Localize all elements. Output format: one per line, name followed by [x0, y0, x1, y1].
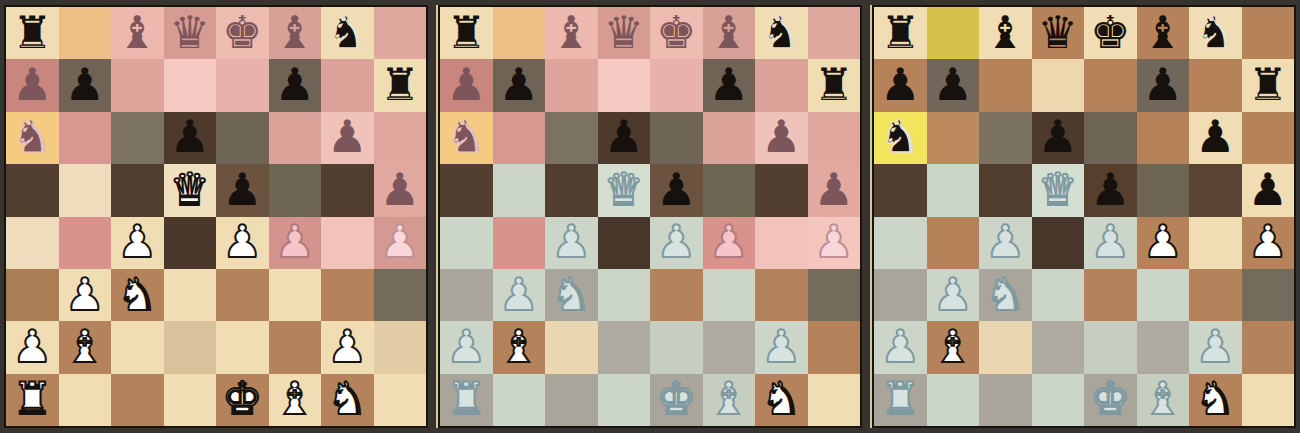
square-g8[interactable]: ♞: [755, 7, 808, 59]
square-b6[interactable]: [927, 112, 980, 164]
piece-white-pawn: ♟: [709, 219, 749, 264]
piece-black-rook: ♜: [1248, 62, 1288, 107]
square-f4[interactable]: ♟: [703, 217, 756, 269]
piece-white-pawn: ♟: [814, 219, 854, 264]
square-g4[interactable]: [1189, 217, 1242, 269]
square-a4[interactable]: [440, 217, 493, 269]
square-c3[interactable]: ♞: [979, 269, 1032, 321]
piece-black-queen: ♛: [170, 10, 210, 55]
piece-black-bishop: ♝: [275, 10, 315, 55]
piece-white-pawn: ♟: [880, 324, 920, 369]
square-g5[interactable]: [1189, 164, 1242, 216]
square-g7[interactable]: [1189, 59, 1242, 111]
square-f2[interactable]: [269, 321, 322, 373]
piece-white-bishop: ♝: [933, 324, 973, 369]
square-c1[interactable]: [979, 374, 1032, 426]
square-h3[interactable]: [808, 269, 861, 321]
square-e3[interactable]: [216, 269, 269, 321]
square-c4[interactable]: ♟: [979, 217, 1032, 269]
square-c7[interactable]: [111, 59, 164, 111]
piece-white-king: ♚: [1090, 376, 1130, 421]
square-c7[interactable]: [545, 59, 598, 111]
square-b5[interactable]: [927, 164, 980, 216]
square-f8[interactable]: ♝: [703, 7, 756, 59]
square-e3[interactable]: [1084, 269, 1137, 321]
square-e2[interactable]: [216, 321, 269, 373]
square-e4[interactable]: ♟: [650, 217, 703, 269]
square-d2[interactable]: [164, 321, 217, 373]
piece-black-pawn: ♟: [1248, 167, 1288, 212]
square-e1[interactable]: ♚: [1084, 374, 1137, 426]
square-a2[interactable]: ♟: [6, 321, 59, 373]
square-e5[interactable]: ♟: [650, 164, 703, 216]
piece-black-bishop: ♝: [551, 10, 591, 55]
piece-black-rook: ♜: [880, 10, 920, 55]
piece-black-knight: ♞: [1195, 10, 1235, 55]
square-b8[interactable]: [59, 7, 112, 59]
piece-black-pawn: ♟: [380, 167, 420, 212]
piece-black-rook: ♜: [446, 10, 486, 55]
square-b7[interactable]: ♟: [493, 59, 546, 111]
square-c6[interactable]: [979, 112, 1032, 164]
square-b8[interactable]: [927, 7, 980, 59]
square-a3[interactable]: [440, 269, 493, 321]
square-c7[interactable]: [979, 59, 1032, 111]
piece-white-pawn: ♟: [933, 272, 973, 317]
square-c2[interactable]: [545, 321, 598, 373]
piece-white-pawn: ♟: [12, 324, 52, 369]
piece-white-queen: ♛: [170, 167, 210, 212]
square-e5[interactable]: ♟: [1084, 164, 1137, 216]
piece-black-pawn: ♟: [446, 62, 486, 107]
square-b3[interactable]: ♟: [927, 269, 980, 321]
square-c4[interactable]: ♟: [111, 217, 164, 269]
piece-white-pawn: ♟: [1143, 219, 1183, 264]
piece-white-bishop: ♝: [65, 324, 105, 369]
square-a5[interactable]: [6, 164, 59, 216]
square-g2[interactable]: ♟: [321, 321, 374, 373]
piece-black-pawn: ♟: [65, 62, 105, 107]
square-d5[interactable]: ♛: [164, 164, 217, 216]
square-b4[interactable]: [59, 217, 112, 269]
square-a4[interactable]: [874, 217, 927, 269]
square-g3[interactable]: [321, 269, 374, 321]
square-d5[interactable]: ♛: [598, 164, 651, 216]
square-c6[interactable]: [545, 112, 598, 164]
piece-black-pawn: ♟: [327, 114, 367, 159]
square-h4[interactable]: ♟: [1242, 217, 1295, 269]
piece-white-pawn: ♟: [380, 219, 420, 264]
square-a8[interactable]: ♜: [440, 7, 493, 59]
piece-black-pawn: ♟: [933, 62, 973, 107]
square-e4[interactable]: ♟: [216, 217, 269, 269]
square-f6[interactable]: [269, 112, 322, 164]
square-b4[interactable]: [493, 217, 546, 269]
piece-black-king: ♚: [1090, 10, 1130, 55]
piece-black-pawn: ♟: [12, 62, 52, 107]
square-a1[interactable]: ♜: [6, 374, 59, 426]
square-c8[interactable]: ♝: [979, 7, 1032, 59]
square-g7[interactable]: [321, 59, 374, 111]
piece-white-pawn: ♟: [656, 219, 696, 264]
square-c8[interactable]: ♝: [545, 7, 598, 59]
square-a1[interactable]: ♜: [440, 374, 493, 426]
piece-black-bishop: ♝: [117, 10, 157, 55]
square-b6[interactable]: [59, 112, 112, 164]
square-d6[interactable]: ♟: [1032, 112, 1085, 164]
square-h4[interactable]: ♟: [808, 217, 861, 269]
square-b4[interactable]: [927, 217, 980, 269]
piece-black-queen: ♛: [604, 10, 644, 55]
square-f5[interactable]: [1137, 164, 1190, 216]
square-e6[interactable]: [216, 112, 269, 164]
square-h6[interactable]: [374, 112, 427, 164]
square-d4[interactable]: [1032, 217, 1085, 269]
square-a7[interactable]: ♟: [874, 59, 927, 111]
square-a6[interactable]: ♞: [440, 112, 493, 164]
piece-black-queen: ♛: [1038, 10, 1078, 55]
square-g5[interactable]: [755, 164, 808, 216]
piece-white-knight: ♞: [1195, 376, 1235, 421]
square-b3[interactable]: ♟: [493, 269, 546, 321]
square-d1[interactable]: [1032, 374, 1085, 426]
boards-strip: ♜♝♛♚♝♞♟♟♟♜♞♟♟♛♟♟♟♟♟♟♟♞♟♝♟♜♚♝♞ ♜♝♛♚♝♞♟♟♟♜…: [0, 0, 1300, 433]
square-b5[interactable]: [493, 164, 546, 216]
square-c1[interactable]: [111, 374, 164, 426]
square-a3[interactable]: [874, 269, 927, 321]
piece-white-rook: ♜: [446, 376, 486, 421]
piece-white-pawn: ♟: [761, 324, 801, 369]
piece-white-pawn: ♟: [222, 219, 262, 264]
square-g3[interactable]: [755, 269, 808, 321]
square-c5[interactable]: [979, 164, 1032, 216]
piece-black-knight: ♞: [880, 114, 920, 159]
piece-black-pawn: ♟: [222, 167, 262, 212]
square-g4[interactable]: [755, 217, 808, 269]
piece-black-king: ♚: [222, 10, 262, 55]
square-a2[interactable]: ♟: [874, 321, 927, 373]
square-d7[interactable]: [598, 59, 651, 111]
square-h1[interactable]: [808, 374, 861, 426]
piece-black-pawn: ♟: [814, 167, 854, 212]
square-f8[interactable]: ♝: [1137, 7, 1190, 59]
square-h4[interactable]: ♟: [374, 217, 427, 269]
square-e8[interactable]: ♚: [216, 7, 269, 59]
square-g6[interactable]: ♟: [1189, 112, 1242, 164]
piece-white-queen: ♛: [604, 167, 644, 212]
square-h6[interactable]: [808, 112, 861, 164]
piece-white-bishop: ♝: [499, 324, 539, 369]
square-g2[interactable]: ♟: [1189, 321, 1242, 373]
square-h2[interactable]: [1242, 321, 1295, 373]
piece-white-bishop: ♝: [1143, 376, 1183, 421]
square-f4[interactable]: ♟: [269, 217, 322, 269]
piece-black-pawn: ♟: [499, 62, 539, 107]
square-a3[interactable]: [6, 269, 59, 321]
square-b2[interactable]: ♝: [927, 321, 980, 373]
piece-white-pawn: ♟: [275, 219, 315, 264]
piece-white-knight: ♞: [761, 376, 801, 421]
square-f2[interactable]: [703, 321, 756, 373]
square-d7[interactable]: [164, 59, 217, 111]
square-f1[interactable]: ♝: [269, 374, 322, 426]
square-b5[interactable]: [59, 164, 112, 216]
square-f2[interactable]: [1137, 321, 1190, 373]
piece-white-knight: ♞: [327, 376, 367, 421]
square-e2[interactable]: [1084, 321, 1137, 373]
piece-white-pawn: ♟: [1195, 324, 1235, 369]
piece-white-pawn: ♟: [1248, 219, 1288, 264]
piece-black-pawn: ♟: [604, 114, 644, 159]
square-h2[interactable]: [374, 321, 427, 373]
square-d2[interactable]: [1032, 321, 1085, 373]
piece-white-pawn: ♟: [327, 324, 367, 369]
piece-black-king: ♚: [656, 10, 696, 55]
square-g4[interactable]: [321, 217, 374, 269]
square-g1[interactable]: ♞: [1189, 374, 1242, 426]
square-b6[interactable]: [493, 112, 546, 164]
square-c5[interactable]: [111, 164, 164, 216]
square-f6[interactable]: [1137, 112, 1190, 164]
square-e6[interactable]: [650, 112, 703, 164]
piece-white-pawn: ♟: [985, 219, 1025, 264]
square-h5[interactable]: ♟: [1242, 164, 1295, 216]
square-g5[interactable]: [321, 164, 374, 216]
square-f5[interactable]: [269, 164, 322, 216]
square-d7[interactable]: [1032, 59, 1085, 111]
square-d3[interactable]: [164, 269, 217, 321]
square-e7[interactable]: [650, 59, 703, 111]
square-h1[interactable]: [1242, 374, 1295, 426]
square-a5[interactable]: [874, 164, 927, 216]
square-c4[interactable]: ♟: [545, 217, 598, 269]
square-f7[interactable]: ♟: [703, 59, 756, 111]
square-d3[interactable]: [598, 269, 651, 321]
piece-white-king: ♚: [222, 376, 262, 421]
piece-black-bishop: ♝: [1143, 10, 1183, 55]
board-middle-chessboard: ♜♝♛♚♝♞♟♟♟♜♞♟♟♛♟♟♟♟♟♟♟♞♟♝♟♜♚♝♞: [438, 5, 862, 428]
piece-white-king: ♚: [656, 376, 696, 421]
piece-black-rook: ♜: [380, 62, 420, 107]
square-h7[interactable]: ♜: [374, 59, 427, 111]
square-a8[interactable]: ♜: [874, 7, 927, 59]
piece-white-knight: ♞: [985, 272, 1025, 317]
piece-white-pawn: ♟: [446, 324, 486, 369]
square-d8[interactable]: ♛: [1032, 7, 1085, 59]
square-a6[interactable]: ♞: [6, 112, 59, 164]
piece-white-rook: ♜: [880, 376, 920, 421]
piece-black-knight: ♞: [761, 10, 801, 55]
piece-white-pawn: ♟: [1090, 219, 1130, 264]
square-e3[interactable]: [650, 269, 703, 321]
square-b1[interactable]: [493, 374, 546, 426]
square-f7[interactable]: ♟: [1137, 59, 1190, 111]
square-e1[interactable]: ♚: [216, 374, 269, 426]
square-e2[interactable]: [650, 321, 703, 373]
piece-white-bishop: ♝: [709, 376, 749, 421]
square-e1[interactable]: ♚: [650, 374, 703, 426]
square-c3[interactable]: ♞: [545, 269, 598, 321]
piece-black-pawn: ♟: [170, 114, 210, 159]
square-d2[interactable]: [598, 321, 651, 373]
square-c5[interactable]: [545, 164, 598, 216]
piece-black-rook: ♜: [814, 62, 854, 107]
piece-black-pawn: ♟: [1195, 114, 1235, 159]
square-e7[interactable]: [216, 59, 269, 111]
piece-black-pawn: ♟: [1038, 114, 1078, 159]
square-d8[interactable]: ♛: [164, 7, 217, 59]
square-g3[interactable]: [1189, 269, 1242, 321]
square-g1[interactable]: ♞: [755, 374, 808, 426]
square-b3[interactable]: ♟: [59, 269, 112, 321]
square-a4[interactable]: [6, 217, 59, 269]
piece-white-rook: ♜: [12, 376, 52, 421]
square-f3[interactable]: [269, 269, 322, 321]
square-h1[interactable]: [374, 374, 427, 426]
square-h3[interactable]: [374, 269, 427, 321]
square-f6[interactable]: [703, 112, 756, 164]
square-e4[interactable]: ♟: [1084, 217, 1137, 269]
square-g8[interactable]: ♞: [321, 7, 374, 59]
square-f5[interactable]: [703, 164, 756, 216]
square-h2[interactable]: [808, 321, 861, 373]
piece-black-rook: ♜: [12, 10, 52, 55]
square-f3[interactable]: [1137, 269, 1190, 321]
square-h7[interactable]: ♜: [808, 59, 861, 111]
piece-black-pawn: ♟: [709, 62, 749, 107]
square-d8[interactable]: ♛: [598, 7, 651, 59]
square-e5[interactable]: ♟: [216, 164, 269, 216]
square-g1[interactable]: ♞: [321, 374, 374, 426]
piece-black-pawn: ♟: [1143, 62, 1183, 107]
square-f3[interactable]: [703, 269, 756, 321]
piece-black-bishop: ♝: [985, 10, 1025, 55]
piece-black-pawn: ♟: [761, 114, 801, 159]
square-a1[interactable]: ♜: [874, 374, 927, 426]
piece-white-pawn: ♟: [117, 219, 157, 264]
square-f1[interactable]: ♝: [1137, 374, 1190, 426]
square-f7[interactable]: ♟: [269, 59, 322, 111]
square-h8[interactable]: [374, 7, 427, 59]
square-a7[interactable]: ♟: [440, 59, 493, 111]
piece-white-pawn: ♟: [65, 272, 105, 317]
square-b7[interactable]: ♟: [59, 59, 112, 111]
square-h8[interactable]: [808, 7, 861, 59]
piece-black-knight: ♞: [12, 114, 52, 159]
piece-white-bishop: ♝: [275, 376, 315, 421]
square-f1[interactable]: ♝: [703, 374, 756, 426]
piece-black-pawn: ♟: [1090, 167, 1130, 212]
square-h7[interactable]: ♜: [1242, 59, 1295, 111]
square-h5[interactable]: ♟: [374, 164, 427, 216]
square-g6[interactable]: ♟: [321, 112, 374, 164]
square-g6[interactable]: ♟: [755, 112, 808, 164]
piece-black-knight: ♞: [327, 10, 367, 55]
piece-black-pawn: ♟: [880, 62, 920, 107]
piece-white-queen: ♛: [1038, 167, 1078, 212]
piece-black-pawn: ♟: [656, 167, 696, 212]
square-f8[interactable]: ♝: [269, 7, 322, 59]
square-c2[interactable]: [111, 321, 164, 373]
square-b7[interactable]: ♟: [927, 59, 980, 111]
square-h8[interactable]: [1242, 7, 1295, 59]
square-d6[interactable]: ♟: [164, 112, 217, 164]
square-g7[interactable]: [755, 59, 808, 111]
piece-black-knight: ♞: [446, 114, 486, 159]
square-b8[interactable]: [493, 7, 546, 59]
piece-white-knight: ♞: [551, 272, 591, 317]
square-a8[interactable]: ♜: [6, 7, 59, 59]
square-d5[interactable]: ♛: [1032, 164, 1085, 216]
square-b1[interactable]: [59, 374, 112, 426]
piece-white-pawn: ♟: [551, 219, 591, 264]
square-e8[interactable]: ♚: [1084, 7, 1137, 59]
square-h6[interactable]: [1242, 112, 1295, 164]
square-h3[interactable]: [1242, 269, 1295, 321]
piece-white-knight: ♞: [117, 272, 157, 317]
square-e6[interactable]: [1084, 112, 1137, 164]
square-c8[interactable]: ♝: [111, 7, 164, 59]
piece-black-pawn: ♟: [275, 62, 315, 107]
square-b2[interactable]: ♝: [59, 321, 112, 373]
square-h5[interactable]: ♟: [808, 164, 861, 216]
square-g8[interactable]: ♞: [1189, 7, 1242, 59]
square-a6[interactable]: ♞: [874, 112, 927, 164]
square-d4[interactable]: [598, 217, 651, 269]
square-b1[interactable]: [927, 374, 980, 426]
square-g2[interactable]: ♟: [755, 321, 808, 373]
piece-black-bishop: ♝: [709, 10, 749, 55]
square-b2[interactable]: ♝: [493, 321, 546, 373]
board-left-chessboard: ♜♝♛♚♝♞♟♟♟♜♞♟♟♛♟♟♟♟♟♟♟♞♟♝♟♜♚♝♞: [4, 5, 428, 428]
square-a2[interactable]: ♟: [440, 321, 493, 373]
square-c6[interactable]: [111, 112, 164, 164]
square-c3[interactable]: ♞: [111, 269, 164, 321]
square-e8[interactable]: ♚: [650, 7, 703, 59]
square-d6[interactable]: ♟: [598, 112, 651, 164]
square-d1[interactable]: [164, 374, 217, 426]
square-d3[interactable]: [1032, 269, 1085, 321]
board-right-chessboard: ♜♝♛♚♝♞♟♟♟♜♞♟♟♛♟♟♟♟♟♟♟♞♟♝♟♜♚♝♞: [872, 5, 1296, 428]
piece-white-pawn: ♟: [499, 272, 539, 317]
square-a7[interactable]: ♟: [6, 59, 59, 111]
square-d4[interactable]: [164, 217, 217, 269]
square-c2[interactable]: [979, 321, 1032, 373]
square-f4[interactable]: ♟: [1137, 217, 1190, 269]
square-d1[interactable]: [598, 374, 651, 426]
square-c1[interactable]: [545, 374, 598, 426]
square-e7[interactable]: [1084, 59, 1137, 111]
square-a5[interactable]: [440, 164, 493, 216]
